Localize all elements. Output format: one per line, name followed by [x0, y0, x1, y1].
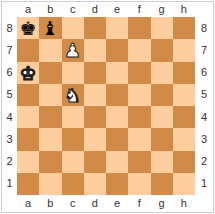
- square-a7[interactable]: [17, 39, 39, 61]
- file-label-bottom-e: e: [106, 195, 128, 212]
- square-e6[interactable]: [106, 62, 128, 84]
- square-f4[interactable]: [128, 106, 150, 128]
- square-a6[interactable]: ♚: [17, 62, 39, 84]
- square-e1[interactable]: [106, 173, 128, 195]
- square-f7[interactable]: [128, 39, 150, 61]
- file-label-top-g: g: [151, 2, 173, 17]
- file-label-bottom-b: b: [39, 195, 61, 212]
- square-f5[interactable]: [128, 84, 150, 106]
- file-label-bottom-d: d: [84, 195, 106, 212]
- square-h5[interactable]: [173, 84, 195, 106]
- file-label-top-b: b: [39, 2, 61, 17]
- square-f6[interactable]: [128, 62, 150, 84]
- file-label-top-d: d: [84, 2, 106, 17]
- square-g8[interactable]: [151, 17, 173, 39]
- square-d6[interactable]: [84, 62, 106, 84]
- rank-label-left-5: 5: [2, 84, 17, 106]
- square-b6[interactable]: [39, 62, 61, 84]
- file-label-top-e: e: [106, 2, 128, 17]
- rank-label-left-7: 7: [2, 39, 17, 61]
- file-label-bottom-g: g: [151, 195, 173, 212]
- file-label-bottom-f: f: [128, 195, 150, 212]
- square-d7[interactable]: [84, 39, 106, 61]
- square-b5[interactable]: [39, 84, 61, 106]
- file-label-bottom-h: h: [173, 195, 195, 212]
- piece-black-king[interactable]: ♚: [20, 17, 37, 39]
- file-label-top-f: f: [128, 2, 150, 17]
- square-e5[interactable]: [106, 84, 128, 106]
- piece-white-pawn[interactable]: ♟: [64, 39, 81, 61]
- square-g6[interactable]: [151, 62, 173, 84]
- square-a4[interactable]: [17, 106, 39, 128]
- board-corner: [195, 195, 213, 212]
- piece-white-knight[interactable]: ♞: [64, 84, 81, 106]
- piece-black-bishop[interactable]: ♝: [42, 17, 59, 39]
- chess-board-grid: abcdefgh8♚♝87♟76♚65♞544332211abcdefgh: [1, 1, 214, 213]
- square-b1[interactable]: [39, 173, 61, 195]
- square-g7[interactable]: [151, 39, 173, 61]
- square-g2[interactable]: [151, 151, 173, 173]
- square-c6[interactable]: [62, 62, 84, 84]
- square-b2[interactable]: [39, 151, 61, 173]
- square-c1[interactable]: [62, 173, 84, 195]
- square-h4[interactable]: [173, 106, 195, 128]
- piece-white-king[interactable]: ♚: [20, 62, 37, 84]
- square-a2[interactable]: [17, 151, 39, 173]
- rank-label-left-8: 8: [2, 17, 17, 39]
- rank-label-left-2: 2: [2, 151, 17, 173]
- rank-label-right-8: 8: [195, 17, 213, 39]
- square-b8[interactable]: ♝: [39, 17, 61, 39]
- rank-label-right-2: 2: [195, 151, 213, 173]
- square-a5[interactable]: [17, 84, 39, 106]
- square-h2[interactable]: [173, 151, 195, 173]
- square-h1[interactable]: [173, 173, 195, 195]
- square-c3[interactable]: [62, 128, 84, 150]
- square-c7[interactable]: ♟: [62, 39, 84, 61]
- square-h7[interactable]: [173, 39, 195, 61]
- square-c2[interactable]: [62, 151, 84, 173]
- square-c4[interactable]: [62, 106, 84, 128]
- square-d5[interactable]: [84, 84, 106, 106]
- square-b7[interactable]: [39, 39, 61, 61]
- board-corner: [2, 2, 17, 17]
- square-b3[interactable]: [39, 128, 61, 150]
- square-e7[interactable]: [106, 39, 128, 61]
- square-f2[interactable]: [128, 151, 150, 173]
- square-g3[interactable]: [151, 128, 173, 150]
- rank-label-right-5: 5: [195, 84, 213, 106]
- file-label-bottom-c: c: [62, 195, 84, 212]
- square-e8[interactable]: [106, 17, 128, 39]
- rank-label-right-7: 7: [195, 39, 213, 61]
- square-f3[interactable]: [128, 128, 150, 150]
- file-label-top-c: c: [62, 2, 84, 17]
- square-d3[interactable]: [84, 128, 106, 150]
- square-c8[interactable]: [62, 17, 84, 39]
- square-h8[interactable]: [173, 17, 195, 39]
- rank-label-right-6: 6: [195, 62, 213, 84]
- square-h3[interactable]: [173, 128, 195, 150]
- square-g4[interactable]: [151, 106, 173, 128]
- square-e4[interactable]: [106, 106, 128, 128]
- square-d1[interactable]: [84, 173, 106, 195]
- square-g5[interactable]: [151, 84, 173, 106]
- square-b4[interactable]: [39, 106, 61, 128]
- rank-label-left-3: 3: [2, 128, 17, 150]
- rank-label-right-4: 4: [195, 106, 213, 128]
- square-a1[interactable]: [17, 173, 39, 195]
- square-a3[interactable]: [17, 128, 39, 150]
- rank-label-left-1: 1: [2, 173, 17, 195]
- rank-label-right-1: 1: [195, 173, 213, 195]
- square-f1[interactable]: [128, 173, 150, 195]
- chess-diagram: abcdefgh8♚♝87♟76♚65♞544332211abcdefgh: [0, 0, 215, 214]
- square-d2[interactable]: [84, 151, 106, 173]
- square-f8[interactable]: [128, 17, 150, 39]
- square-d8[interactable]: [84, 17, 106, 39]
- square-c5[interactable]: ♞: [62, 84, 84, 106]
- square-e2[interactable]: [106, 151, 128, 173]
- file-label-top-a: a: [17, 2, 39, 17]
- square-a8[interactable]: ♚: [17, 17, 39, 39]
- square-h6[interactable]: [173, 62, 195, 84]
- file-label-bottom-a: a: [17, 195, 39, 212]
- square-g1[interactable]: [151, 173, 173, 195]
- board-corner: [195, 2, 213, 17]
- rank-label-right-3: 3: [195, 128, 213, 150]
- rank-label-left-4: 4: [2, 106, 17, 128]
- board-corner: [2, 195, 17, 212]
- rank-label-left-6: 6: [2, 62, 17, 84]
- file-label-top-h: h: [173, 2, 195, 17]
- square-e3[interactable]: [106, 128, 128, 150]
- square-d4[interactable]: [84, 106, 106, 128]
